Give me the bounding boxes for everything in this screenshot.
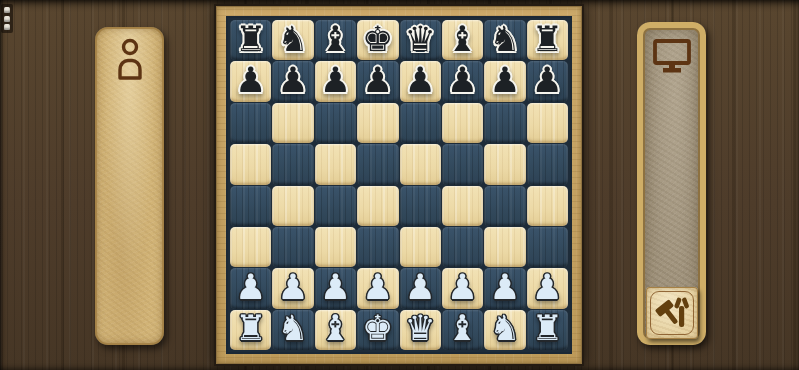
square[interactable] [527,186,568,226]
square[interactable]: ♝ [315,310,356,350]
computer-icon [651,38,693,74]
square[interactable]: ♞ [484,310,525,350]
square[interactable]: ♟ [527,61,568,101]
square[interactable]: ♟ [230,268,271,308]
square[interactable]: ♟ [230,61,271,101]
square[interactable]: ♜ [527,310,568,350]
square[interactable]: ♝ [315,20,356,60]
square[interactable]: ♚ [357,20,398,60]
square[interactable] [484,186,525,226]
white-bishop[interactable]: ♝ [320,311,351,346]
square[interactable]: ♟ [442,268,483,308]
computer-tray [637,22,706,345]
black-bishop[interactable]: ♝ [447,22,478,57]
menu-dot [4,7,10,13]
black-king[interactable]: ♚ [362,22,393,57]
black-pawn[interactable]: ♟ [235,63,266,98]
square[interactable] [527,227,568,267]
square[interactable]: ♞ [484,20,525,60]
black-bishop[interactable]: ♝ [320,22,351,57]
black-rook[interactable]: ♜ [235,22,266,57]
square[interactable]: ♚ [357,310,398,350]
square[interactable]: ♞ [272,310,313,350]
square[interactable] [527,103,568,143]
overflow-menu-button[interactable] [1,4,13,33]
square[interactable]: ♜ [230,20,271,60]
black-knight[interactable]: ♞ [277,22,308,57]
chess-board: ♜♞♝♚♛♝♞♜♟♟♟♟♟♟♟♟♟♟♟♟♟♟♟♟♜♞♝♚♛♝♞♜ [214,4,584,366]
white-queen[interactable]: ♛ [404,311,435,346]
black-knight[interactable]: ♞ [489,22,520,57]
square[interactable]: ♟ [400,61,441,101]
square[interactable] [272,144,313,184]
square[interactable] [357,227,398,267]
menu-dot [4,24,10,30]
black-queen[interactable]: ♛ [404,22,435,57]
player-tray [95,27,164,345]
square[interactable] [357,186,398,226]
square[interactable] [272,186,313,226]
square[interactable] [230,103,271,143]
black-rook[interactable]: ♜ [532,22,563,57]
square[interactable] [357,103,398,143]
white-bishop[interactable]: ♝ [447,311,478,346]
black-pawn[interactable]: ♟ [447,63,478,98]
square[interactable]: ♟ [272,268,313,308]
square[interactable]: ♛ [400,20,441,60]
square[interactable] [315,103,356,143]
square[interactable]: ♟ [442,61,483,101]
square[interactable]: ♟ [484,268,525,308]
square[interactable] [230,144,271,184]
white-pawn[interactable]: ♟ [235,270,266,305]
black-pawn[interactable]: ♟ [489,63,520,98]
square[interactable] [230,227,271,267]
square[interactable] [272,227,313,267]
square[interactable] [230,186,271,226]
white-pawn[interactable]: ♟ [277,270,308,305]
square[interactable]: ♟ [484,61,525,101]
square[interactable]: ♝ [442,20,483,60]
white-rook[interactable]: ♜ [235,311,266,346]
black-pawn[interactable]: ♟ [320,63,351,98]
square[interactable]: ♜ [230,310,271,350]
square[interactable]: ♟ [315,268,356,308]
white-pawn[interactable]: ♟ [447,270,478,305]
square[interactable] [315,227,356,267]
square[interactable] [400,186,441,226]
white-knight[interactable]: ♞ [277,311,308,346]
square[interactable] [442,144,483,184]
white-knight[interactable]: ♞ [489,311,520,346]
black-pawn[interactable]: ♟ [362,63,393,98]
chess-board-grid: ♜♞♝♚♛♝♞♜♟♟♟♟♟♟♟♟♟♟♟♟♟♟♟♟♜♞♝♚♛♝♞♜ [228,18,570,352]
square[interactable] [484,144,525,184]
app-background: ♜♞♝♚♛♝♞♜♟♟♟♟♟♟♟♟♟♟♟♟♟♟♟♟♜♞♝♚♛♝♞♜ [0,0,799,370]
square[interactable]: ♞ [272,20,313,60]
square[interactable] [442,103,483,143]
tools-button[interactable] [646,287,698,339]
square[interactable] [400,227,441,267]
white-pawn[interactable]: ♟ [404,270,435,305]
menu-dot [4,16,10,22]
black-pawn[interactable]: ♟ [404,63,435,98]
tools-button-frame [650,291,694,335]
square[interactable] [400,144,441,184]
square[interactable] [315,186,356,226]
square[interactable]: ♟ [315,61,356,101]
square[interactable] [484,103,525,143]
square[interactable]: ♟ [357,268,398,308]
square[interactable]: ♟ [400,268,441,308]
square[interactable]: ♛ [400,310,441,350]
square[interactable] [484,227,525,267]
square[interactable] [400,103,441,143]
person-icon [112,37,148,81]
white-pawn[interactable]: ♟ [320,270,351,305]
black-pawn[interactable]: ♟ [277,63,308,98]
square[interactable]: ♟ [527,268,568,308]
white-pawn[interactable]: ♟ [532,270,563,305]
square[interactable] [315,144,356,184]
white-pawn[interactable]: ♟ [489,270,520,305]
white-pawn[interactable]: ♟ [362,270,393,305]
square[interactable]: ♜ [527,20,568,60]
white-rook[interactable]: ♜ [532,311,563,346]
square[interactable] [272,103,313,143]
black-pawn[interactable]: ♟ [532,63,563,98]
square[interactable] [357,144,398,184]
square[interactable] [442,227,483,267]
square[interactable] [442,186,483,226]
square[interactable]: ♟ [357,61,398,101]
white-king[interactable]: ♚ [362,311,393,346]
square[interactable]: ♟ [272,61,313,101]
square[interactable] [527,144,568,184]
square[interactable]: ♝ [442,310,483,350]
